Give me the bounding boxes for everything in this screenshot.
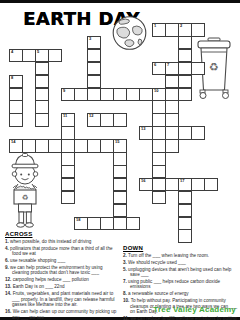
clue-number: 1 xyxy=(154,24,156,28)
clue-number: 12 xyxy=(89,114,93,118)
clue-number: 6 xyxy=(154,63,156,67)
crossword-cell[interactable] xyxy=(178,191,192,205)
clue-number: 11 xyxy=(63,114,67,118)
crossword-cell[interactable] xyxy=(152,100,166,114)
crossword-cell[interactable] xyxy=(152,165,166,179)
crossword-cell[interactable]: 3 xyxy=(87,36,101,50)
across-clue-16: 16. We can help clean up our community b… xyxy=(5,309,118,320)
crossword-cell[interactable] xyxy=(100,113,114,127)
across-header: ACROSS xyxy=(5,231,118,237)
crossword-cell[interactable] xyxy=(152,126,166,140)
crossword-cell[interactable] xyxy=(165,139,179,153)
across-clue-4: 4. pollinators that produce more than a … xyxy=(5,246,118,257)
crossword-cell[interactable] xyxy=(139,88,153,102)
crossword-cell[interactable] xyxy=(100,88,114,102)
across-clues-section: ACROSS 1. when possible, do this instead… xyxy=(5,231,118,320)
crossword-cell[interactable] xyxy=(87,217,101,231)
crossword-cell[interactable]: 14 xyxy=(9,139,23,153)
across-clue-13: 13. Earth Day is on ___ 22nd xyxy=(5,284,118,289)
across-clue-9: 9. we can help protect the environment b… xyxy=(5,265,118,276)
across-clue-12: 12. carpooling helps reduce ___ pollutio… xyxy=(5,277,118,282)
crossword-cell[interactable] xyxy=(178,88,192,102)
crossword-cell[interactable] xyxy=(191,23,205,37)
across-clue-1: 1. when possible, do this instead of dri… xyxy=(5,239,118,244)
crossword-cell[interactable] xyxy=(61,126,75,140)
earth-globe-icon xyxy=(111,15,148,55)
crossword-cell[interactable] xyxy=(100,139,114,153)
clue-number: 9 xyxy=(63,89,65,93)
down-clue-5: 5. unplugging devices that aren't being … xyxy=(123,267,237,278)
clue-number: 10 xyxy=(154,89,158,93)
crossword-cell[interactable]: 11 xyxy=(61,113,75,127)
site-credit: Tree Valley Academy xyxy=(153,305,236,314)
crossword-cell[interactable] xyxy=(152,139,166,153)
crossword-cell[interactable] xyxy=(178,126,192,140)
across-clue-6: 6. use reusable shopping ___ xyxy=(5,258,118,263)
crossword-cell[interactable] xyxy=(35,75,49,89)
clue-number: 8 xyxy=(11,76,13,80)
clue-number: 17 xyxy=(180,179,184,183)
crossword-cell[interactable] xyxy=(113,165,127,179)
down-clue-11: 11. we can reduce landfill methane emiss… xyxy=(123,316,237,320)
crossword-cell[interactable] xyxy=(165,113,179,127)
crossword-cell[interactable] xyxy=(191,178,205,192)
crossword-cell[interactable] xyxy=(87,62,101,76)
clue-number: 4 xyxy=(11,50,13,54)
top-border-bar xyxy=(0,0,240,3)
crossword-cell[interactable] xyxy=(87,88,101,102)
svg-text:♻: ♻ xyxy=(209,61,219,74)
crossword-cell[interactable] xyxy=(191,126,205,140)
crossword-cell[interactable]: 6 xyxy=(152,62,166,76)
clue-number: 7 xyxy=(167,63,169,67)
svg-text:♻: ♻ xyxy=(22,193,29,202)
clue-number: 2 xyxy=(180,24,182,28)
crossword-cell[interactable] xyxy=(204,178,218,192)
crossword-cell[interactable] xyxy=(113,217,127,231)
crossword-cell[interactable] xyxy=(178,49,192,63)
crossword-cell[interactable] xyxy=(74,139,88,153)
crossword-cell[interactable] xyxy=(87,75,101,89)
crossword-cell[interactable] xyxy=(48,49,62,63)
crossword-cell[interactable] xyxy=(152,191,166,205)
crossword-cell[interactable] xyxy=(100,217,114,231)
clue-number: 14 xyxy=(11,140,15,144)
crossword-cell[interactable]: 17 xyxy=(178,178,192,192)
clue-number: 18 xyxy=(76,218,80,222)
crossword-cell[interactable] xyxy=(113,113,127,127)
crossword-cell[interactable] xyxy=(48,139,62,153)
crossword-cell[interactable]: 16 xyxy=(139,178,153,192)
crossword-cell[interactable] xyxy=(9,88,23,102)
across-clue-14: 14. Fruits, vegetables, and plant materi… xyxy=(5,291,118,307)
crossword-cell[interactable] xyxy=(22,49,36,63)
clue-number: 5 xyxy=(37,50,39,54)
crossword-cell[interactable] xyxy=(152,178,166,192)
crossword-cell[interactable] xyxy=(126,217,140,231)
clue-number: 16 xyxy=(141,179,145,183)
crossword-cell[interactable] xyxy=(165,23,179,37)
crossword-cell[interactable] xyxy=(165,100,179,114)
down-clue-7: 7. using public ___ helps reduce carbon … xyxy=(123,279,237,290)
crossword-cell[interactable] xyxy=(113,152,127,166)
across-clue-list: 1. when possible, do this instead of dri… xyxy=(5,239,118,320)
crossword-cell[interactable]: 7 xyxy=(165,62,179,76)
crossword-cell[interactable] xyxy=(113,191,127,205)
crossword-cell[interactable] xyxy=(35,88,49,102)
crossword-cell[interactable] xyxy=(113,88,127,102)
kid-recycler-icon: ♻ xyxy=(6,151,44,233)
crossword-cell[interactable] xyxy=(191,62,205,76)
crossword-cell[interactable]: 12 xyxy=(87,113,101,127)
crossword-cell[interactable] xyxy=(165,75,179,89)
crossword-cell[interactable] xyxy=(61,139,75,153)
crossword-cell[interactable] xyxy=(178,229,192,243)
clue-number: 3 xyxy=(89,37,91,41)
crossword-cell[interactable] xyxy=(113,178,127,192)
crossword-cell[interactable] xyxy=(87,139,101,153)
crossword-cell[interactable] xyxy=(165,178,179,192)
crossword-cell[interactable] xyxy=(35,113,49,127)
crossword-cell[interactable] xyxy=(61,191,75,205)
crossword-cell[interactable] xyxy=(165,88,179,102)
crossword-cell[interactable] xyxy=(178,62,192,76)
crossword-cell[interactable] xyxy=(61,165,75,179)
crossword-cell[interactable] xyxy=(61,178,75,192)
down-header: DOWN xyxy=(123,245,237,251)
clue-number: 15 xyxy=(115,140,119,144)
crossword-cell[interactable] xyxy=(165,126,179,140)
crossword-cell[interactable] xyxy=(9,113,23,127)
crossword-cell[interactable]: 15 xyxy=(113,139,127,153)
crossword-cell[interactable]: 8 xyxy=(9,75,23,89)
crossword-cell[interactable] xyxy=(74,88,88,102)
crossword-cell[interactable] xyxy=(87,49,101,63)
crossword-cell[interactable] xyxy=(152,113,166,127)
crossword-cell[interactable] xyxy=(9,100,23,114)
crossword-cell[interactable] xyxy=(113,204,127,218)
clue-number: 13 xyxy=(141,127,145,131)
crossword-cell[interactable]: 9 xyxy=(61,88,75,102)
down-clue-2: 2. Turn off the ___ when leaving the roo… xyxy=(123,253,237,258)
crossword-cell[interactable] xyxy=(35,139,49,153)
crossword-cell[interactable]: 4 xyxy=(9,49,23,63)
crossword-cell[interactable] xyxy=(178,204,192,218)
crossword-cell[interactable] xyxy=(178,217,192,231)
crossword-cell[interactable]: 2 xyxy=(178,23,192,37)
crossword-cell[interactable] xyxy=(126,88,140,102)
crossword-cell[interactable]: 1 xyxy=(152,23,166,37)
crossword-cell[interactable] xyxy=(35,100,49,114)
crossword-cell[interactable] xyxy=(22,139,36,153)
crossword-cell[interactable] xyxy=(152,152,166,166)
crossword-cell[interactable]: 5 xyxy=(35,49,49,63)
down-clue-8: 8. a renewable source of energy xyxy=(123,291,237,296)
crossword-cell[interactable]: 13 xyxy=(139,126,153,140)
crossword-cell[interactable]: 18 xyxy=(74,217,88,231)
crossword-cell[interactable] xyxy=(178,75,192,89)
down-clue-3: 3. We should recycle used ___ xyxy=(123,260,237,265)
crossword-cell[interactable] xyxy=(35,62,49,76)
crossword-cell[interactable]: 10 xyxy=(152,88,166,102)
crossword-cell[interactable] xyxy=(61,152,75,166)
crossword-cell[interactable] xyxy=(178,36,192,50)
